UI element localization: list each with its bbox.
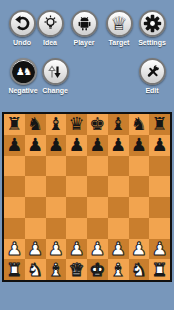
white-bishop-piece[interactable]: ♝ xyxy=(110,261,126,279)
black-pawn-piece[interactable]: ♟ xyxy=(27,136,43,154)
settings-label: Settings xyxy=(138,39,166,46)
edit-button[interactable]: Edit xyxy=(130,58,174,94)
target-label: Target xyxy=(109,39,130,46)
square-d7[interactable]: ♟ xyxy=(66,135,87,156)
square-h1[interactable]: ♜ xyxy=(149,259,170,280)
square-g5[interactable] xyxy=(129,176,150,197)
square-e4[interactable] xyxy=(87,197,108,218)
square-f4[interactable] xyxy=(108,197,129,218)
white-knight-piece[interactable]: ♞ xyxy=(27,261,43,279)
square-f8[interactable]: ♝ xyxy=(108,114,129,135)
square-f3[interactable] xyxy=(108,218,129,239)
android-robot-icon xyxy=(71,10,98,37)
square-a8[interactable]: ♜ xyxy=(4,114,25,135)
black-pawn-piece[interactable]: ♟ xyxy=(48,136,64,154)
square-g4[interactable] xyxy=(129,197,150,218)
black-queen-piece[interactable]: ♛ xyxy=(69,115,85,133)
square-a5[interactable] xyxy=(4,176,25,197)
square-h8[interactable]: ♜ xyxy=(149,114,170,135)
white-pawn-piece[interactable]: ♟ xyxy=(69,240,85,258)
square-b8[interactable]: ♞ xyxy=(25,114,46,135)
tools-icon xyxy=(139,58,166,85)
player-label: Player xyxy=(73,39,94,46)
idea-icon xyxy=(37,10,64,37)
square-e3[interactable] xyxy=(87,218,108,239)
white-pawn-piece[interactable]: ♟ xyxy=(27,240,43,258)
square-a1[interactable]: ♜ xyxy=(4,259,25,280)
black-pawn-piece[interactable]: ♟ xyxy=(110,136,126,154)
square-b5[interactable] xyxy=(25,176,46,197)
black-knight-piece[interactable]: ♞ xyxy=(131,115,147,133)
square-d3[interactable] xyxy=(66,218,87,239)
change-label: Change xyxy=(42,87,68,94)
square-f2[interactable]: ♟ xyxy=(108,239,129,260)
square-b7[interactable]: ♟ xyxy=(25,135,46,156)
black-pawn-piece[interactable]: ♟ xyxy=(152,136,168,154)
white-rook-piece[interactable]: ♜ xyxy=(152,261,168,279)
square-h2[interactable]: ♟ xyxy=(149,239,170,260)
square-b6[interactable] xyxy=(25,156,46,177)
square-g7[interactable]: ♟ xyxy=(129,135,150,156)
change-button[interactable]: Change xyxy=(33,58,77,94)
black-pawn-piece[interactable]: ♟ xyxy=(6,136,22,154)
white-pawn-piece[interactable]: ♟ xyxy=(152,240,168,258)
square-a4[interactable] xyxy=(4,197,25,218)
square-d2[interactable]: ♟ xyxy=(66,239,87,260)
black-rook-piece[interactable]: ♜ xyxy=(6,115,22,133)
gear-icon xyxy=(139,10,166,37)
chess-board-frame: ♜♞♝♛♚♝♞♜♟♟♟♟♟♟♟♟♟♟♟♟♟♟♟♟♜♞♝♛♚♝♞♜ xyxy=(2,112,172,282)
white-pawn-piece[interactable]: ♟ xyxy=(48,240,64,258)
black-pawn-piece[interactable]: ♟ xyxy=(89,136,105,154)
black-pawn-piece[interactable]: ♟ xyxy=(131,136,147,154)
white-bishop-piece[interactable]: ♝ xyxy=(48,261,64,279)
square-d1[interactable]: ♛ xyxy=(66,259,87,280)
square-a6[interactable] xyxy=(4,156,25,177)
swap-arrows-icon xyxy=(42,58,69,85)
white-pawn-piece[interactable]: ♟ xyxy=(89,240,105,258)
square-b1[interactable]: ♞ xyxy=(25,259,46,280)
black-knight-piece[interactable]: ♞ xyxy=(27,115,43,133)
square-h3[interactable] xyxy=(149,218,170,239)
white-king-piece[interactable]: ♚ xyxy=(89,261,105,279)
settings-button[interactable]: Settings xyxy=(130,10,174,46)
square-c8[interactable]: ♝ xyxy=(46,114,67,135)
square-h6[interactable] xyxy=(149,156,170,177)
white-pawn-piece[interactable]: ♟ xyxy=(6,240,22,258)
white-queen-piece[interactable]: ♛ xyxy=(69,261,85,279)
square-h4[interactable] xyxy=(149,197,170,218)
square-f1[interactable]: ♝ xyxy=(108,259,129,280)
square-a7[interactable]: ♟ xyxy=(4,135,25,156)
square-e6[interactable] xyxy=(87,156,108,177)
square-h7[interactable]: ♟ xyxy=(149,135,170,156)
square-g3[interactable] xyxy=(129,218,150,239)
idea-label: Idea xyxy=(43,39,57,46)
square-e2[interactable]: ♟ xyxy=(87,239,108,260)
square-f7[interactable]: ♟ xyxy=(108,135,129,156)
white-pawn-piece[interactable]: ♟ xyxy=(110,240,126,258)
square-c2[interactable]: ♟ xyxy=(46,239,67,260)
white-rook-piece[interactable]: ♜ xyxy=(6,261,22,279)
black-bishop-piece[interactable]: ♝ xyxy=(110,115,126,133)
square-a3[interactable] xyxy=(4,218,25,239)
square-g1[interactable]: ♞ xyxy=(129,259,150,280)
square-d6[interactable] xyxy=(66,156,87,177)
black-king-piece[interactable]: ♚ xyxy=(89,115,105,133)
white-knight-piece[interactable]: ♞ xyxy=(131,261,147,279)
black-pawn-piece[interactable]: ♟ xyxy=(69,136,85,154)
square-e7[interactable]: ♟ xyxy=(87,135,108,156)
square-b4[interactable] xyxy=(25,197,46,218)
square-c4[interactable] xyxy=(46,197,67,218)
square-a2[interactable]: ♟ xyxy=(4,239,25,260)
chess-board[interactable]: ♜♞♝♛♚♝♞♜♟♟♟♟♟♟♟♟♟♟♟♟♟♟♟♟♜♞♝♛♚♝♞♜ xyxy=(4,114,170,280)
square-c6[interactable] xyxy=(46,156,67,177)
square-d5[interactable] xyxy=(66,176,87,197)
black-bishop-piece[interactable]: ♝ xyxy=(48,115,64,133)
square-d4[interactable] xyxy=(66,197,87,218)
square-g2[interactable]: ♟ xyxy=(129,239,150,260)
square-d8[interactable]: ♛ xyxy=(66,114,87,135)
square-g6[interactable] xyxy=(129,156,150,177)
square-f5[interactable] xyxy=(108,176,129,197)
square-c1[interactable]: ♝ xyxy=(46,259,67,280)
black-rook-piece[interactable]: ♜ xyxy=(152,115,168,133)
square-b2[interactable]: ♟ xyxy=(25,239,46,260)
queen-crown-icon: ♕ xyxy=(106,10,133,37)
edit-label: Edit xyxy=(145,87,158,94)
square-e1[interactable]: ♚ xyxy=(87,259,108,280)
square-c3[interactable] xyxy=(46,218,67,239)
square-g8[interactable]: ♞ xyxy=(129,114,150,135)
square-b3[interactable] xyxy=(25,218,46,239)
square-e5[interactable] xyxy=(87,176,108,197)
square-c7[interactable]: ♟ xyxy=(46,135,67,156)
square-e8[interactable]: ♚ xyxy=(87,114,108,135)
square-h5[interactable] xyxy=(149,176,170,197)
white-pawn-piece[interactable]: ♟ xyxy=(131,240,147,258)
square-f6[interactable] xyxy=(108,156,129,177)
square-c5[interactable] xyxy=(46,176,67,197)
